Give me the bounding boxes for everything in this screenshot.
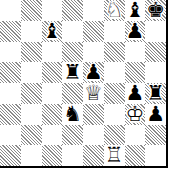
square-a6[interactable]	[0, 42, 21, 63]
square-c5[interactable]	[42, 62, 63, 83]
white-rook-outline: ♖	[104, 145, 125, 166]
square-c3[interactable]	[42, 104, 63, 125]
piece-black-bishop-c7: ♝	[42, 21, 63, 42]
square-c7[interactable]: ♝	[42, 21, 63, 42]
piece-white-rook-f1: ♜♖	[104, 145, 125, 166]
piece-white-king-g3: ♚♔	[125, 104, 146, 125]
square-d1[interactable]	[62, 145, 83, 166]
square-a4[interactable]	[0, 83, 21, 104]
square-h2[interactable]	[145, 125, 166, 146]
square-f3[interactable]	[104, 104, 125, 125]
square-a5[interactable]	[0, 62, 21, 83]
square-d2[interactable]	[62, 125, 83, 146]
square-e8[interactable]	[83, 0, 104, 21]
square-g2[interactable]	[125, 125, 146, 146]
piece-black-pawn-g4: ♟	[125, 83, 146, 104]
square-d5[interactable]: ♜	[62, 62, 83, 83]
square-f1[interactable]: ♜♖	[104, 145, 125, 166]
chess-diagram: ♞♘♝♚♝♟♜♟♛♕♟♜♞♚♔♟♜♖	[0, 0, 172, 172]
black-pawn-glyph: ♟	[125, 83, 146, 104]
square-h5[interactable]	[145, 62, 166, 83]
square-a1[interactable]	[0, 145, 21, 166]
square-d4[interactable]	[62, 83, 83, 104]
white-king-outline: ♔	[125, 104, 146, 125]
white-rook-glyph: ♜	[104, 145, 125, 166]
square-e4[interactable]: ♛♕	[83, 83, 104, 104]
piece-black-king-h8: ♚	[145, 0, 166, 21]
square-g7[interactable]: ♟	[125, 21, 146, 42]
square-b2[interactable]	[21, 125, 42, 146]
square-e5[interactable]: ♟	[83, 62, 104, 83]
black-rook-glyph: ♜	[62, 62, 83, 83]
black-pawn-glyph: ♟	[145, 104, 166, 125]
black-knight-glyph: ♞	[62, 104, 83, 125]
black-bishop-glyph: ♝	[125, 0, 146, 21]
piece-black-rook-d5: ♜	[62, 62, 83, 83]
square-g1[interactable]	[125, 145, 146, 166]
square-g4[interactable]: ♟	[125, 83, 146, 104]
square-a2[interactable]	[0, 125, 21, 146]
square-h1[interactable]	[145, 145, 166, 166]
square-f2[interactable]	[104, 125, 125, 146]
square-d6[interactable]	[62, 42, 83, 63]
square-d3[interactable]: ♞	[62, 104, 83, 125]
square-g8[interactable]: ♝	[125, 0, 146, 21]
square-g6[interactable]	[125, 42, 146, 63]
white-knight-glyph: ♞	[104, 0, 125, 21]
square-h4[interactable]: ♜	[145, 83, 166, 104]
square-b8[interactable]	[21, 0, 42, 21]
piece-black-pawn-h3: ♟	[145, 104, 166, 125]
square-h7[interactable]	[145, 21, 166, 42]
square-a7[interactable]	[0, 21, 21, 42]
square-e3[interactable]	[83, 104, 104, 125]
square-h6[interactable]	[145, 42, 166, 63]
square-h3[interactable]: ♟	[145, 104, 166, 125]
square-f4[interactable]	[104, 83, 125, 104]
piece-black-knight-d3: ♞	[62, 104, 83, 125]
square-b5[interactable]	[21, 62, 42, 83]
square-b3[interactable]	[21, 104, 42, 125]
square-h8[interactable]: ♚	[145, 0, 166, 21]
white-king-glyph: ♚	[125, 104, 146, 125]
square-b7[interactable]	[21, 21, 42, 42]
board-frame: ♞♘♝♚♝♟♜♟♛♕♟♜♞♚♔♟♜♖	[0, 0, 168, 168]
square-c4[interactable]	[42, 83, 63, 104]
square-f7[interactable]	[104, 21, 125, 42]
square-b4[interactable]	[21, 83, 42, 104]
black-pawn-glyph: ♟	[125, 21, 146, 42]
square-a8[interactable]	[0, 0, 21, 21]
square-b6[interactable]	[21, 42, 42, 63]
square-c6[interactable]	[42, 42, 63, 63]
white-knight-outline: ♘	[104, 0, 125, 21]
black-king-glyph: ♚	[145, 0, 166, 21]
square-f5[interactable]	[104, 62, 125, 83]
square-g3[interactable]: ♚♔	[125, 104, 146, 125]
square-e6[interactable]	[83, 42, 104, 63]
square-b1[interactable]	[21, 145, 42, 166]
black-bishop-glyph: ♝	[42, 21, 63, 42]
piece-white-queen-e4: ♛♕	[83, 83, 104, 104]
black-pawn-glyph: ♟	[83, 62, 104, 83]
square-d8[interactable]	[62, 0, 83, 21]
piece-black-rook-h4: ♜	[145, 83, 166, 104]
piece-black-bishop-g8: ♝	[125, 0, 146, 21]
square-e1[interactable]	[83, 145, 104, 166]
piece-black-pawn-e5: ♟	[83, 62, 104, 83]
square-a3[interactable]	[0, 104, 21, 125]
square-c1[interactable]	[42, 145, 63, 166]
white-queen-glyph: ♛	[83, 83, 104, 104]
square-c2[interactable]	[42, 125, 63, 146]
square-e7[interactable]	[83, 21, 104, 42]
square-c8[interactable]	[42, 0, 63, 21]
square-f8[interactable]: ♞♘	[104, 0, 125, 21]
white-queen-outline: ♕	[83, 83, 104, 104]
chess-board: ♞♘♝♚♝♟♜♟♛♕♟♜♞♚♔♟♜♖	[0, 0, 166, 166]
square-e2[interactable]	[83, 125, 104, 146]
square-f6[interactable]	[104, 42, 125, 63]
piece-black-pawn-g7: ♟	[125, 21, 146, 42]
square-d7[interactable]	[62, 21, 83, 42]
piece-white-knight-f8: ♞♘	[104, 0, 125, 21]
black-rook-glyph: ♜	[145, 83, 166, 104]
square-g5[interactable]	[125, 62, 146, 83]
